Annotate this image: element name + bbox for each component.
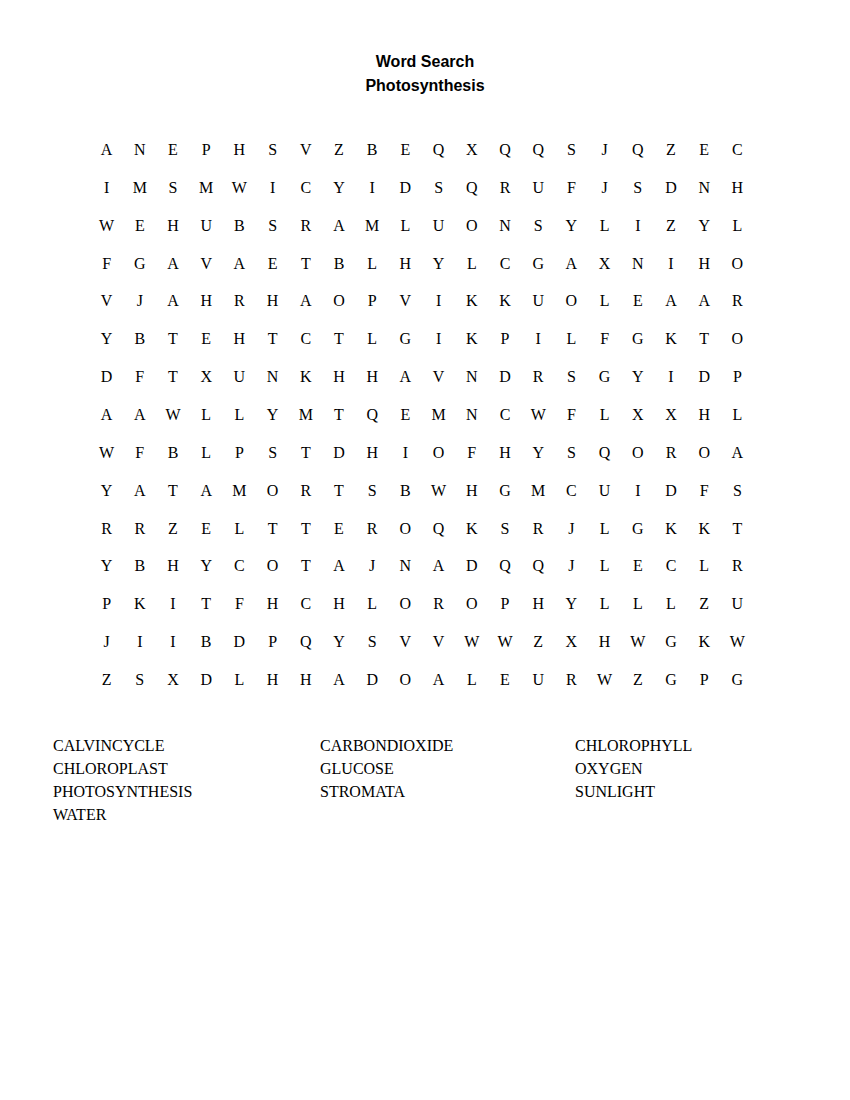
grid-cell: L <box>190 434 223 472</box>
grid-cell: A <box>289 282 322 320</box>
grid-cell: T <box>156 358 189 396</box>
grid-cell: V <box>422 623 455 661</box>
grid-cell: N <box>488 207 521 245</box>
grid-cell: I <box>389 434 422 472</box>
grid-cell: G <box>488 472 521 510</box>
grid-cell: A <box>389 358 422 396</box>
grid-cell: K <box>455 282 488 320</box>
grid-cell: A <box>322 661 355 699</box>
grid-cell: S <box>488 510 521 548</box>
grid-cell: F <box>455 434 488 472</box>
grid-cell: S <box>522 207 555 245</box>
grid-cell: Y <box>256 396 289 434</box>
grid-cell: P <box>488 585 521 623</box>
grid-cell: B <box>190 623 223 661</box>
grid-cell: Y <box>621 358 654 396</box>
grid-cell: Y <box>322 623 355 661</box>
grid-cell: J <box>123 282 156 320</box>
grid-cell: R <box>422 585 455 623</box>
grid-cell: I <box>156 623 189 661</box>
grid-cell: G <box>621 510 654 548</box>
grid-cell: Y <box>422 245 455 283</box>
grid-cell: F <box>123 358 156 396</box>
grid-cell: W <box>588 661 621 699</box>
grid-cell: L <box>223 396 256 434</box>
grid-cell: C <box>289 320 322 358</box>
grid-cell: Q <box>422 510 455 548</box>
grid-cell: M <box>289 396 322 434</box>
grid-cell: A <box>223 245 256 283</box>
grid-cell: X <box>156 661 189 699</box>
grid-cell: H <box>223 131 256 169</box>
grid-cell: Q <box>522 131 555 169</box>
grid-cell: A <box>123 472 156 510</box>
grid-cell: A <box>156 245 189 283</box>
grid-cell: H <box>455 472 488 510</box>
grid-cell: D <box>322 434 355 472</box>
grid-cell: H <box>289 661 322 699</box>
grid-cell: C <box>289 585 322 623</box>
grid-cell: O <box>688 434 721 472</box>
grid-cell: H <box>721 169 754 207</box>
grid-cell: H <box>688 396 721 434</box>
grid-cell: P <box>356 282 389 320</box>
word-list-column-2: CARBONDIOXIDEGLUCOSESTROMATA <box>320 734 453 803</box>
grid-cell: U <box>522 169 555 207</box>
grid-cell: T <box>322 396 355 434</box>
grid-cell: Z <box>654 207 687 245</box>
grid-cell: L <box>588 282 621 320</box>
grid-cell: U <box>422 207 455 245</box>
grid-cell: G <box>389 320 422 358</box>
grid-cell: J <box>555 548 588 586</box>
word-list-item: CHLOROPHYLL <box>575 734 692 757</box>
grid-cell: C <box>654 548 687 586</box>
grid-cell: V <box>190 245 223 283</box>
grid-cell: I <box>522 320 555 358</box>
word-list-item: GLUCOSE <box>320 757 453 780</box>
grid-cell: P <box>688 661 721 699</box>
grid-cell: F <box>223 585 256 623</box>
grid-cell: R <box>522 358 555 396</box>
grid-cell: L <box>721 207 754 245</box>
grid-cell: L <box>190 396 223 434</box>
grid-cell: Z <box>322 131 355 169</box>
grid-cell: P <box>256 623 289 661</box>
grid-cell: K <box>488 282 521 320</box>
word-list-item: SUNLIGHT <box>575 780 692 803</box>
grid-cell: S <box>555 358 588 396</box>
grid-cell: Q <box>289 623 322 661</box>
grid-cell: S <box>555 131 588 169</box>
grid-cell: E <box>389 396 422 434</box>
grid-cell: G <box>621 320 654 358</box>
grid-cell: V <box>389 623 422 661</box>
grid-cell: C <box>488 396 521 434</box>
grid-cell: B <box>356 131 389 169</box>
grid-cell: H <box>588 623 621 661</box>
grid-cell: I <box>654 358 687 396</box>
grid-cell: D <box>455 548 488 586</box>
grid-cell: L <box>588 510 621 548</box>
word-list-column-3: CHLOROPHYLLOXYGENSUNLIGHT <box>575 734 692 803</box>
page-title: Word Search Photosynthesis <box>0 50 850 98</box>
grid-cell: F <box>588 320 621 358</box>
grid-cell: F <box>123 434 156 472</box>
grid-cell: B <box>223 207 256 245</box>
word-list-column-1: CALVINCYCLECHLOROPLASTPHOTOSYNTHESISWATE… <box>53 734 192 826</box>
grid-cell: T <box>688 320 721 358</box>
grid-cell: L <box>588 585 621 623</box>
grid-cell: K <box>289 358 322 396</box>
grid-cell: T <box>289 434 322 472</box>
grid-cell: D <box>654 169 687 207</box>
grid-cell: E <box>190 320 223 358</box>
grid-cell: H <box>256 661 289 699</box>
grid-cell: L <box>621 585 654 623</box>
grid-cell: O <box>322 282 355 320</box>
grid-cell: W <box>488 623 521 661</box>
grid-cell: T <box>289 245 322 283</box>
grid-cell: D <box>223 623 256 661</box>
grid-cell: Q <box>356 396 389 434</box>
grid-cell: I <box>621 207 654 245</box>
grid-cell: L <box>356 245 389 283</box>
grid-cell: K <box>688 623 721 661</box>
grid-cell: O <box>555 282 588 320</box>
grid-cell: H <box>190 282 223 320</box>
grid-cell: M <box>522 472 555 510</box>
grid-cell: I <box>422 320 455 358</box>
grid-cell: N <box>455 358 488 396</box>
grid-cell: U <box>721 585 754 623</box>
word-list-item: PHOTOSYNTHESIS <box>53 780 192 803</box>
grid-cell: G <box>721 661 754 699</box>
grid-cell: A <box>156 282 189 320</box>
grid-cell: H <box>156 207 189 245</box>
grid-cell: R <box>123 510 156 548</box>
grid-cell: S <box>123 661 156 699</box>
grid-cell: O <box>389 585 422 623</box>
grid-cell: O <box>389 661 422 699</box>
grid-cell: Z <box>90 661 123 699</box>
grid-cell: X <box>555 623 588 661</box>
grid-cell: K <box>654 320 687 358</box>
grid-cell: Q <box>488 548 521 586</box>
grid-cell: W <box>422 472 455 510</box>
grid-cell: L <box>455 245 488 283</box>
grid-cell: O <box>256 548 289 586</box>
grid-cell: S <box>422 169 455 207</box>
grid-cell: L <box>588 207 621 245</box>
grid-cell: Q <box>422 131 455 169</box>
grid-cell: S <box>256 434 289 472</box>
grid-cell: Y <box>688 207 721 245</box>
grid-cell: M <box>422 396 455 434</box>
grid-cell: W <box>522 396 555 434</box>
grid-cell: B <box>322 245 355 283</box>
grid-cell: U <box>522 661 555 699</box>
worksheet-page: Word Search Photosynthesis ANEPHSVZBEQXQ… <box>0 0 850 1100</box>
grid-cell: T <box>289 510 322 548</box>
grid-cell: N <box>688 169 721 207</box>
grid-cell: I <box>156 585 189 623</box>
grid-cell: H <box>156 548 189 586</box>
grid-cell: O <box>422 434 455 472</box>
grid-cell: K <box>455 510 488 548</box>
grid-cell: X <box>654 396 687 434</box>
grid-cell: W <box>223 169 256 207</box>
grid-cell: S <box>555 434 588 472</box>
word-list-item: WATER <box>53 803 192 826</box>
grid-cell: P <box>223 434 256 472</box>
grid-cell: L <box>588 548 621 586</box>
grid-cell: E <box>621 548 654 586</box>
grid-cell: I <box>256 169 289 207</box>
grid-cell: H <box>322 358 355 396</box>
grid-cell: E <box>688 131 721 169</box>
grid-cell: W <box>90 207 123 245</box>
grid-cell: W <box>455 623 488 661</box>
grid-cell: A <box>688 282 721 320</box>
grid-cell: L <box>654 585 687 623</box>
grid-cell: O <box>455 207 488 245</box>
grid-cell: T <box>322 320 355 358</box>
grid-cell: S <box>356 472 389 510</box>
grid-cell: R <box>223 282 256 320</box>
grid-cell: Q <box>455 169 488 207</box>
grid-cell: Q <box>588 434 621 472</box>
grid-cell: Y <box>522 434 555 472</box>
grid-cell: A <box>90 396 123 434</box>
grid-cell: R <box>488 169 521 207</box>
grid-cell: Q <box>488 131 521 169</box>
grid-cell: M <box>190 169 223 207</box>
grid-cell: J <box>356 548 389 586</box>
grid-cell: F <box>555 396 588 434</box>
grid-cell: F <box>555 169 588 207</box>
grid-cell: V <box>422 358 455 396</box>
grid-cell: T <box>190 585 223 623</box>
title-line-1: Word Search <box>0 50 850 74</box>
grid-cell: M <box>223 472 256 510</box>
grid-cell: P <box>721 358 754 396</box>
grid-cell: E <box>256 245 289 283</box>
grid-cell: K <box>123 585 156 623</box>
grid-cell: I <box>90 169 123 207</box>
grid-cell: W <box>90 434 123 472</box>
grid-cell: L <box>588 396 621 434</box>
grid-cell: E <box>190 510 223 548</box>
grid-cell: P <box>90 585 123 623</box>
grid-cell: J <box>588 169 621 207</box>
word-list-item: CHLOROPLAST <box>53 757 192 780</box>
grid-cell: N <box>621 245 654 283</box>
grid-cell: D <box>688 358 721 396</box>
grid-cell: H <box>356 358 389 396</box>
grid-cell: A <box>422 548 455 586</box>
grid-cell: S <box>256 131 289 169</box>
grid-cell: P <box>488 320 521 358</box>
grid-cell: R <box>356 510 389 548</box>
grid-cell: Z <box>522 623 555 661</box>
grid-cell: C <box>721 131 754 169</box>
grid-cell: L <box>223 661 256 699</box>
grid-cell: O <box>721 320 754 358</box>
grid-cell: Y <box>190 548 223 586</box>
grid-cell: B <box>389 472 422 510</box>
grid-cell: Z <box>654 131 687 169</box>
grid-cell: E <box>322 510 355 548</box>
grid-cell: R <box>289 207 322 245</box>
grid-cell: S <box>721 472 754 510</box>
grid-cell: X <box>190 358 223 396</box>
grid-cell: U <box>588 472 621 510</box>
grid-cell: N <box>256 358 289 396</box>
grid-cell: I <box>621 472 654 510</box>
grid-cell: L <box>389 207 422 245</box>
grid-cell: R <box>721 282 754 320</box>
grid-cell: D <box>654 472 687 510</box>
grid-cell: K <box>654 510 687 548</box>
grid-cell: L <box>356 320 389 358</box>
grid-cell: W <box>156 396 189 434</box>
grid-cell: D <box>90 358 123 396</box>
grid-cell: C <box>488 245 521 283</box>
word-search-grid: ANEPHSVZBEQXQQSJQZECIMSMWICYIDSQRUFJSDNH… <box>90 131 754 699</box>
word-list-item: CALVINCYCLE <box>53 734 192 757</box>
grid-cell: M <box>356 207 389 245</box>
word-list-item: STROMATA <box>320 780 453 803</box>
grid-cell: H <box>389 245 422 283</box>
grid-cell: I <box>422 282 455 320</box>
grid-cell: D <box>488 358 521 396</box>
grid-cell: N <box>389 548 422 586</box>
grid-cell: I <box>654 245 687 283</box>
grid-cell: H <box>223 320 256 358</box>
grid-cell: H <box>688 245 721 283</box>
grid-cell: U <box>190 207 223 245</box>
grid-cell: G <box>588 358 621 396</box>
grid-cell: H <box>256 282 289 320</box>
grid-cell: X <box>588 245 621 283</box>
grid-cell: N <box>455 396 488 434</box>
grid-cell: Z <box>688 585 721 623</box>
grid-cell: E <box>488 661 521 699</box>
grid-cell: E <box>123 207 156 245</box>
grid-cell: E <box>621 282 654 320</box>
grid-cell: Z <box>156 510 189 548</box>
grid-cell: W <box>621 623 654 661</box>
grid-cell: J <box>90 623 123 661</box>
grid-cell: A <box>123 396 156 434</box>
grid-cell: J <box>555 510 588 548</box>
grid-cell: C <box>555 472 588 510</box>
grid-cell: D <box>389 169 422 207</box>
grid-cell: L <box>356 585 389 623</box>
grid-cell: G <box>654 661 687 699</box>
word-list-item: CARBONDIOXIDE <box>320 734 453 757</box>
grid-cell: F <box>688 472 721 510</box>
grid-cell: Y <box>90 548 123 586</box>
grid-cell: O <box>621 434 654 472</box>
grid-cell: T <box>156 472 189 510</box>
grid-cell: Q <box>621 131 654 169</box>
grid-cell: K <box>455 320 488 358</box>
grid-cell: E <box>389 131 422 169</box>
grid-cell: A <box>422 661 455 699</box>
grid-cell: F <box>90 245 123 283</box>
grid-cell: L <box>223 510 256 548</box>
grid-cell: T <box>721 510 754 548</box>
grid-cell: Y <box>90 320 123 358</box>
grid-cell: S <box>621 169 654 207</box>
grid-cell: L <box>688 548 721 586</box>
word-list: CALVINCYCLECHLOROPLASTPHOTOSYNTHESISWATE… <box>0 734 850 834</box>
grid-cell: S <box>256 207 289 245</box>
grid-cell: Q <box>522 548 555 586</box>
grid-cell: X <box>455 131 488 169</box>
grid-cell: U <box>522 282 555 320</box>
grid-cell: O <box>256 472 289 510</box>
grid-cell: Z <box>621 661 654 699</box>
grid-cell: S <box>156 169 189 207</box>
grid-cell: O <box>389 510 422 548</box>
grid-cell: O <box>721 245 754 283</box>
grid-cell: C <box>223 548 256 586</box>
grid-cell: Y <box>322 169 355 207</box>
grid-cell: T <box>289 548 322 586</box>
grid-cell: Y <box>90 472 123 510</box>
grid-cell: Y <box>555 585 588 623</box>
title-line-2: Photosynthesis <box>0 74 850 98</box>
grid-cell: T <box>322 472 355 510</box>
grid-cell: I <box>356 169 389 207</box>
grid-cell: R <box>721 548 754 586</box>
grid-cell: V <box>289 131 322 169</box>
grid-cell: L <box>721 396 754 434</box>
grid-cell: U <box>223 358 256 396</box>
grid-cell: O <box>455 585 488 623</box>
grid-cell: N <box>123 131 156 169</box>
grid-cell: C <box>289 169 322 207</box>
grid-cell: R <box>522 510 555 548</box>
grid-cell: Y <box>555 207 588 245</box>
grid-cell: H <box>256 585 289 623</box>
grid-cell: M <box>123 169 156 207</box>
grid-cell: V <box>389 282 422 320</box>
grid-cell: A <box>90 131 123 169</box>
grid-cell: B <box>156 434 189 472</box>
grid-cell: I <box>123 623 156 661</box>
grid-cell: H <box>488 434 521 472</box>
grid-cell: G <box>654 623 687 661</box>
grid-cell: D <box>356 661 389 699</box>
grid-cell: D <box>190 661 223 699</box>
grid-cell: J <box>588 131 621 169</box>
grid-cell: R <box>90 510 123 548</box>
grid-cell: G <box>522 245 555 283</box>
grid-cell: A <box>555 245 588 283</box>
grid-cell: G <box>123 245 156 283</box>
grid-cell: S <box>356 623 389 661</box>
grid-cell: A <box>322 207 355 245</box>
grid-cell: A <box>190 472 223 510</box>
grid-cell: T <box>256 320 289 358</box>
word-list-item: OXYGEN <box>575 757 692 780</box>
grid-cell: R <box>654 434 687 472</box>
grid-cell: X <box>621 396 654 434</box>
